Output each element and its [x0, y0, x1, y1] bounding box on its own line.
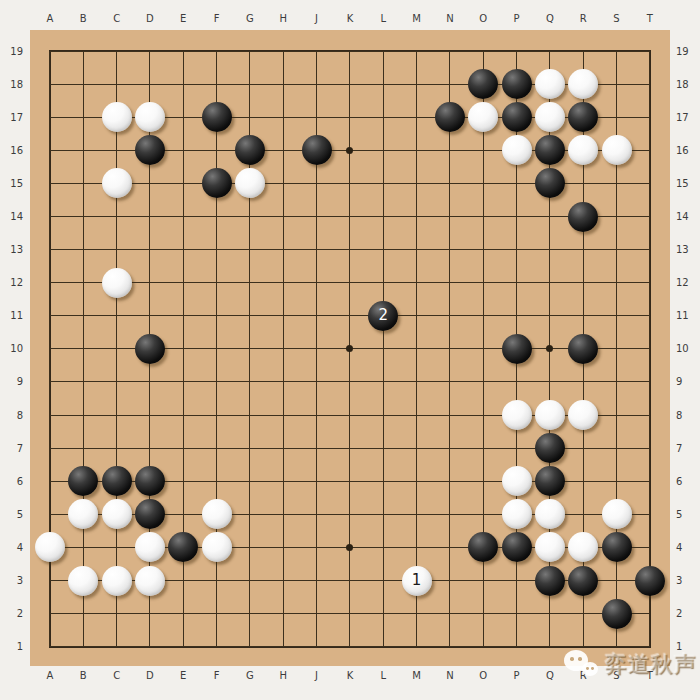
point-R10[interactable] — [567, 332, 600, 365]
point-B12[interactable] — [67, 266, 100, 299]
point-J3[interactable] — [300, 564, 333, 597]
point-H9[interactable] — [267, 365, 300, 398]
point-T5[interactable] — [633, 498, 666, 531]
point-B19[interactable] — [67, 35, 100, 68]
point-D12[interactable] — [133, 266, 166, 299]
point-O1[interactable] — [467, 630, 500, 663]
point-C1[interactable] — [100, 630, 133, 663]
point-H4[interactable] — [267, 531, 300, 564]
point-L9[interactable] — [367, 365, 400, 398]
point-N11[interactable] — [433, 299, 466, 332]
point-D17[interactable] — [133, 101, 166, 134]
point-N16[interactable] — [433, 134, 466, 167]
point-B14[interactable] — [67, 200, 100, 233]
point-G9[interactable] — [233, 365, 266, 398]
point-F12[interactable] — [200, 266, 233, 299]
point-P9[interactable] — [500, 365, 533, 398]
point-N4[interactable] — [433, 531, 466, 564]
point-T15[interactable] — [633, 167, 666, 200]
point-P12[interactable] — [500, 266, 533, 299]
point-S6[interactable] — [600, 465, 633, 498]
point-B18[interactable] — [67, 68, 100, 101]
point-M9[interactable] — [400, 365, 433, 398]
point-E6[interactable] — [167, 465, 200, 498]
point-B10[interactable] — [67, 332, 100, 365]
point-R11[interactable] — [567, 299, 600, 332]
point-Q7[interactable] — [533, 432, 566, 465]
point-C7[interactable] — [100, 432, 133, 465]
point-N18[interactable] — [433, 68, 466, 101]
point-D15[interactable] — [133, 167, 166, 200]
point-D13[interactable] — [133, 233, 166, 266]
point-D7[interactable] — [133, 432, 166, 465]
point-C4[interactable] — [100, 531, 133, 564]
point-T18[interactable] — [633, 68, 666, 101]
point-B3[interactable] — [67, 564, 100, 597]
point-H10[interactable] — [267, 332, 300, 365]
point-E15[interactable] — [167, 167, 200, 200]
point-L10[interactable] — [367, 332, 400, 365]
point-C15[interactable] — [100, 167, 133, 200]
point-M3[interactable]: 1 — [400, 564, 433, 597]
point-B8[interactable] — [67, 399, 100, 432]
point-B7[interactable] — [67, 432, 100, 465]
point-S18[interactable] — [600, 68, 633, 101]
point-M15[interactable] — [400, 167, 433, 200]
point-S5[interactable] — [600, 498, 633, 531]
point-Q19[interactable] — [533, 35, 566, 68]
point-Q6[interactable] — [533, 465, 566, 498]
point-D19[interactable] — [133, 35, 166, 68]
point-C12[interactable] — [100, 266, 133, 299]
point-M14[interactable] — [400, 200, 433, 233]
point-K6[interactable] — [333, 465, 366, 498]
point-H16[interactable] — [267, 134, 300, 167]
point-S3[interactable] — [600, 564, 633, 597]
point-P8[interactable] — [500, 399, 533, 432]
point-Q8[interactable] — [533, 399, 566, 432]
point-F10[interactable] — [200, 332, 233, 365]
point-C3[interactable] — [100, 564, 133, 597]
point-L8[interactable] — [367, 399, 400, 432]
point-T7[interactable] — [633, 432, 666, 465]
point-G3[interactable] — [233, 564, 266, 597]
point-R18[interactable] — [567, 68, 600, 101]
point-Q5[interactable] — [533, 498, 566, 531]
point-O11[interactable] — [467, 299, 500, 332]
point-R17[interactable] — [567, 101, 600, 134]
point-T8[interactable] — [633, 399, 666, 432]
point-G1[interactable] — [233, 630, 266, 663]
point-M11[interactable] — [400, 299, 433, 332]
point-B2[interactable] — [67, 597, 100, 630]
point-J1[interactable] — [300, 630, 333, 663]
point-J13[interactable] — [300, 233, 333, 266]
point-P3[interactable] — [500, 564, 533, 597]
point-Q16[interactable] — [533, 134, 566, 167]
point-K8[interactable] — [333, 399, 366, 432]
point-Q10[interactable] — [533, 332, 566, 365]
point-S2[interactable] — [600, 597, 633, 630]
point-L1[interactable] — [367, 630, 400, 663]
point-H13[interactable] — [267, 233, 300, 266]
point-T17[interactable] — [633, 101, 666, 134]
point-L17[interactable] — [367, 101, 400, 134]
point-G18[interactable] — [233, 68, 266, 101]
point-E2[interactable] — [167, 597, 200, 630]
point-G15[interactable] — [233, 167, 266, 200]
point-J11[interactable] — [300, 299, 333, 332]
point-K15[interactable] — [333, 167, 366, 200]
point-Q18[interactable] — [533, 68, 566, 101]
point-H14[interactable] — [267, 200, 300, 233]
point-C2[interactable] — [100, 597, 133, 630]
point-P13[interactable] — [500, 233, 533, 266]
point-L13[interactable] — [367, 233, 400, 266]
point-N2[interactable] — [433, 597, 466, 630]
point-Q4[interactable] — [533, 531, 566, 564]
point-E12[interactable] — [167, 266, 200, 299]
point-D6[interactable] — [133, 465, 166, 498]
point-F5[interactable] — [200, 498, 233, 531]
point-R5[interactable] — [567, 498, 600, 531]
point-M10[interactable] — [400, 332, 433, 365]
point-K4[interactable] — [333, 531, 366, 564]
point-S16[interactable] — [600, 134, 633, 167]
point-Q17[interactable] — [533, 101, 566, 134]
point-P17[interactable] — [500, 101, 533, 134]
point-D11[interactable] — [133, 299, 166, 332]
point-G12[interactable] — [233, 266, 266, 299]
point-L7[interactable] — [367, 432, 400, 465]
point-O8[interactable] — [467, 399, 500, 432]
point-J7[interactable] — [300, 432, 333, 465]
point-A8[interactable] — [33, 399, 66, 432]
point-D8[interactable] — [133, 399, 166, 432]
point-N7[interactable] — [433, 432, 466, 465]
point-K10[interactable] — [333, 332, 366, 365]
point-N14[interactable] — [433, 200, 466, 233]
point-D10[interactable] — [133, 332, 166, 365]
point-H11[interactable] — [267, 299, 300, 332]
point-L19[interactable] — [367, 35, 400, 68]
point-O2[interactable] — [467, 597, 500, 630]
point-A5[interactable] — [33, 498, 66, 531]
point-A4[interactable] — [33, 531, 66, 564]
point-T14[interactable] — [633, 200, 666, 233]
point-O3[interactable] — [467, 564, 500, 597]
point-S17[interactable] — [600, 101, 633, 134]
point-J6[interactable] — [300, 465, 333, 498]
point-S8[interactable] — [600, 399, 633, 432]
point-H5[interactable] — [267, 498, 300, 531]
point-N8[interactable] — [433, 399, 466, 432]
point-P4[interactable] — [500, 531, 533, 564]
point-B13[interactable] — [67, 233, 100, 266]
point-Q11[interactable] — [533, 299, 566, 332]
point-T11[interactable] — [633, 299, 666, 332]
point-P19[interactable] — [500, 35, 533, 68]
point-O9[interactable] — [467, 365, 500, 398]
point-J10[interactable] — [300, 332, 333, 365]
point-D16[interactable] — [133, 134, 166, 167]
point-O19[interactable] — [467, 35, 500, 68]
point-G13[interactable] — [233, 233, 266, 266]
point-G17[interactable] — [233, 101, 266, 134]
point-G5[interactable] — [233, 498, 266, 531]
point-O13[interactable] — [467, 233, 500, 266]
point-J2[interactable] — [300, 597, 333, 630]
point-Q15[interactable] — [533, 167, 566, 200]
point-B15[interactable] — [67, 167, 100, 200]
point-F8[interactable] — [200, 399, 233, 432]
point-O4[interactable] — [467, 531, 500, 564]
point-M4[interactable] — [400, 531, 433, 564]
point-K16[interactable] — [333, 134, 366, 167]
point-L12[interactable] — [367, 266, 400, 299]
point-F7[interactable] — [200, 432, 233, 465]
point-R3[interactable] — [567, 564, 600, 597]
point-O12[interactable] — [467, 266, 500, 299]
point-Q9[interactable] — [533, 365, 566, 398]
point-N12[interactable] — [433, 266, 466, 299]
point-N10[interactable] — [433, 332, 466, 365]
point-H8[interactable] — [267, 399, 300, 432]
point-C16[interactable] — [100, 134, 133, 167]
point-P11[interactable] — [500, 299, 533, 332]
point-P15[interactable] — [500, 167, 533, 200]
point-L15[interactable] — [367, 167, 400, 200]
point-K2[interactable] — [333, 597, 366, 630]
point-L4[interactable] — [367, 531, 400, 564]
point-G6[interactable] — [233, 465, 266, 498]
point-D14[interactable] — [133, 200, 166, 233]
point-J16[interactable] — [300, 134, 333, 167]
point-A15[interactable] — [33, 167, 66, 200]
point-K1[interactable] — [333, 630, 366, 663]
point-D5[interactable] — [133, 498, 166, 531]
point-P6[interactable] — [500, 465, 533, 498]
point-K7[interactable] — [333, 432, 366, 465]
point-H7[interactable] — [267, 432, 300, 465]
point-E8[interactable] — [167, 399, 200, 432]
point-F9[interactable] — [200, 365, 233, 398]
point-E4[interactable] — [167, 531, 200, 564]
point-P18[interactable] — [500, 68, 533, 101]
point-M1[interactable] — [400, 630, 433, 663]
point-G14[interactable] — [233, 200, 266, 233]
point-P2[interactable] — [500, 597, 533, 630]
point-K13[interactable] — [333, 233, 366, 266]
point-F14[interactable] — [200, 200, 233, 233]
point-J4[interactable] — [300, 531, 333, 564]
point-R16[interactable] — [567, 134, 600, 167]
point-F4[interactable] — [200, 531, 233, 564]
point-M5[interactable] — [400, 498, 433, 531]
point-E5[interactable] — [167, 498, 200, 531]
point-E19[interactable] — [167, 35, 200, 68]
point-E17[interactable] — [167, 101, 200, 134]
point-O17[interactable] — [467, 101, 500, 134]
point-R15[interactable] — [567, 167, 600, 200]
point-A1[interactable] — [33, 630, 66, 663]
point-B16[interactable] — [67, 134, 100, 167]
point-R19[interactable] — [567, 35, 600, 68]
point-F13[interactable] — [200, 233, 233, 266]
point-J15[interactable] — [300, 167, 333, 200]
point-T2[interactable] — [633, 597, 666, 630]
point-J9[interactable] — [300, 365, 333, 398]
point-H17[interactable] — [267, 101, 300, 134]
point-K17[interactable] — [333, 101, 366, 134]
point-C19[interactable] — [100, 35, 133, 68]
point-P16[interactable] — [500, 134, 533, 167]
point-M2[interactable] — [400, 597, 433, 630]
point-H15[interactable] — [267, 167, 300, 200]
point-E10[interactable] — [167, 332, 200, 365]
point-F16[interactable] — [200, 134, 233, 167]
point-T13[interactable] — [633, 233, 666, 266]
point-A6[interactable] — [33, 465, 66, 498]
point-B17[interactable] — [67, 101, 100, 134]
point-R9[interactable] — [567, 365, 600, 398]
point-L16[interactable] — [367, 134, 400, 167]
point-M19[interactable] — [400, 35, 433, 68]
point-O16[interactable] — [467, 134, 500, 167]
point-J12[interactable] — [300, 266, 333, 299]
point-G16[interactable] — [233, 134, 266, 167]
point-R13[interactable] — [567, 233, 600, 266]
point-T16[interactable] — [633, 134, 666, 167]
point-A2[interactable] — [33, 597, 66, 630]
point-A18[interactable] — [33, 68, 66, 101]
point-G4[interactable] — [233, 531, 266, 564]
point-C8[interactable] — [100, 399, 133, 432]
point-L3[interactable] — [367, 564, 400, 597]
point-S9[interactable] — [600, 365, 633, 398]
point-S15[interactable] — [600, 167, 633, 200]
point-T19[interactable] — [633, 35, 666, 68]
point-O6[interactable] — [467, 465, 500, 498]
point-Q2[interactable] — [533, 597, 566, 630]
point-B6[interactable] — [67, 465, 100, 498]
point-N3[interactable] — [433, 564, 466, 597]
point-C17[interactable] — [100, 101, 133, 134]
point-C13[interactable] — [100, 233, 133, 266]
point-S11[interactable] — [600, 299, 633, 332]
point-P10[interactable] — [500, 332, 533, 365]
point-E7[interactable] — [167, 432, 200, 465]
point-B9[interactable] — [67, 365, 100, 398]
point-S10[interactable] — [600, 332, 633, 365]
point-H1[interactable] — [267, 630, 300, 663]
point-N19[interactable] — [433, 35, 466, 68]
point-R14[interactable] — [567, 200, 600, 233]
point-O18[interactable] — [467, 68, 500, 101]
point-C10[interactable] — [100, 332, 133, 365]
point-D18[interactable] — [133, 68, 166, 101]
point-F19[interactable] — [200, 35, 233, 68]
point-M13[interactable] — [400, 233, 433, 266]
point-G10[interactable] — [233, 332, 266, 365]
point-K11[interactable] — [333, 299, 366, 332]
point-J5[interactable] — [300, 498, 333, 531]
point-E1[interactable] — [167, 630, 200, 663]
point-Q13[interactable] — [533, 233, 566, 266]
point-L18[interactable] — [367, 68, 400, 101]
point-S12[interactable] — [600, 266, 633, 299]
point-C11[interactable] — [100, 299, 133, 332]
point-E13[interactable] — [167, 233, 200, 266]
point-R6[interactable] — [567, 465, 600, 498]
point-K5[interactable] — [333, 498, 366, 531]
point-Q12[interactable] — [533, 266, 566, 299]
point-M17[interactable] — [400, 101, 433, 134]
point-E18[interactable] — [167, 68, 200, 101]
point-H12[interactable] — [267, 266, 300, 299]
point-H18[interactable] — [267, 68, 300, 101]
point-F1[interactable] — [200, 630, 233, 663]
point-L5[interactable] — [367, 498, 400, 531]
point-P5[interactable] — [500, 498, 533, 531]
point-L6[interactable] — [367, 465, 400, 498]
point-C9[interactable] — [100, 365, 133, 398]
point-M6[interactable] — [400, 465, 433, 498]
point-B5[interactable] — [67, 498, 100, 531]
point-H2[interactable] — [267, 597, 300, 630]
point-N1[interactable] — [433, 630, 466, 663]
point-O14[interactable] — [467, 200, 500, 233]
point-S7[interactable] — [600, 432, 633, 465]
point-G8[interactable] — [233, 399, 266, 432]
point-T3[interactable] — [633, 564, 666, 597]
point-R2[interactable] — [567, 597, 600, 630]
point-A17[interactable] — [33, 101, 66, 134]
point-C6[interactable] — [100, 465, 133, 498]
point-K12[interactable] — [333, 266, 366, 299]
point-N9[interactable] — [433, 365, 466, 398]
point-G7[interactable] — [233, 432, 266, 465]
point-O10[interactable] — [467, 332, 500, 365]
point-E11[interactable] — [167, 299, 200, 332]
point-P7[interactable] — [500, 432, 533, 465]
point-S14[interactable] — [600, 200, 633, 233]
point-T6[interactable] — [633, 465, 666, 498]
point-D2[interactable] — [133, 597, 166, 630]
point-F6[interactable] — [200, 465, 233, 498]
point-N15[interactable] — [433, 167, 466, 200]
point-E9[interactable] — [167, 365, 200, 398]
point-D3[interactable] — [133, 564, 166, 597]
point-J18[interactable] — [300, 68, 333, 101]
point-R8[interactable] — [567, 399, 600, 432]
point-G19[interactable] — [233, 35, 266, 68]
point-N5[interactable] — [433, 498, 466, 531]
point-M7[interactable] — [400, 432, 433, 465]
point-J19[interactable] — [300, 35, 333, 68]
point-T10[interactable] — [633, 332, 666, 365]
point-K19[interactable] — [333, 35, 366, 68]
point-Q14[interactable] — [533, 200, 566, 233]
point-D1[interactable] — [133, 630, 166, 663]
point-M8[interactable] — [400, 399, 433, 432]
point-A3[interactable] — [33, 564, 66, 597]
point-T9[interactable] — [633, 365, 666, 398]
point-O7[interactable] — [467, 432, 500, 465]
point-A11[interactable] — [33, 299, 66, 332]
point-G2[interactable] — [233, 597, 266, 630]
point-A14[interactable] — [33, 200, 66, 233]
